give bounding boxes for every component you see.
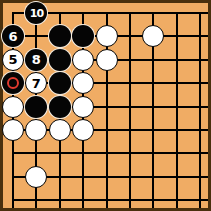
stone-white	[49, 119, 71, 141]
stone-white	[72, 49, 94, 71]
stone-white	[2, 119, 24, 141]
stone-white	[2, 96, 24, 118]
circle-marker-icon	[7, 77, 19, 89]
stone-white	[96, 25, 118, 47]
move-number-label: 5	[8, 53, 17, 66]
stone-black	[49, 72, 71, 94]
stone-black	[25, 96, 47, 118]
stone-white	[96, 49, 118, 71]
move-number-label: 8	[32, 53, 41, 66]
go-board: 106587	[0, 0, 211, 211]
stone-black	[49, 96, 71, 118]
grid-line-vertical	[129, 12, 131, 208]
stone-white	[72, 96, 94, 118]
grid-line-vertical	[176, 12, 178, 208]
grid-line-horizontal	[12, 199, 208, 201]
move-number-label: 6	[8, 29, 17, 42]
stone-black	[49, 49, 71, 71]
move-number-label: 10	[30, 7, 43, 18]
grid-line-vertical	[199, 12, 201, 208]
stone-white-move-5: 5	[2, 49, 24, 71]
grid-line-horizontal	[12, 152, 208, 154]
move-number-label: 7	[32, 76, 41, 89]
